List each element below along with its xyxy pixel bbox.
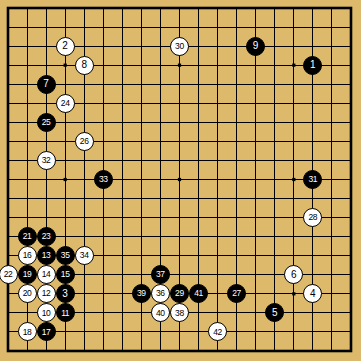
stone-18-white: 18 [18, 322, 37, 341]
stone-29-black: 29 [170, 284, 189, 303]
go-board[interactable]: 1234567891011121314151617181920212223242… [0, 0, 360, 360]
stone-39-black: 39 [132, 284, 151, 303]
stone-15-black: 15 [56, 265, 75, 284]
stone-27-black: 27 [227, 284, 246, 303]
stone-34-white: 34 [75, 246, 94, 265]
go-diagram: 1234567891011121314151617181920212223242… [0, 0, 361, 361]
stone-5-black: 5 [265, 303, 284, 322]
stone-2-white: 2 [56, 37, 75, 56]
stone-31-black: 31 [303, 170, 322, 189]
stone-33-black: 33 [94, 170, 113, 189]
stone-24-white: 24 [56, 94, 75, 113]
stone-9-black: 9 [246, 37, 265, 56]
stone-13-black: 13 [37, 246, 56, 265]
stone-19-black: 19 [18, 265, 37, 284]
stone-7-black: 7 [37, 75, 56, 94]
stone-25-black: 25 [37, 113, 56, 132]
stone-30-white: 30 [170, 37, 189, 56]
stone-4-white: 4 [303, 284, 322, 303]
stone-36-white: 36 [151, 284, 170, 303]
stone-37-black: 37 [151, 265, 170, 284]
stone-20-white: 20 [18, 284, 37, 303]
stone-16-white: 16 [18, 246, 37, 265]
stone-6-white: 6 [284, 265, 303, 284]
stone-11-black: 11 [56, 303, 75, 322]
stone-21-black: 21 [18, 227, 37, 246]
stone-22-white: 22 [0, 265, 18, 284]
stone-12-white: 12 [37, 284, 56, 303]
stone-40-white: 40 [151, 303, 170, 322]
stone-32-white: 32 [37, 151, 56, 170]
stone-41-black: 41 [189, 284, 208, 303]
stone-17-black: 17 [37, 322, 56, 341]
stone-42-white: 42 [208, 322, 227, 341]
stone-38-white: 38 [170, 303, 189, 322]
stone-26-white: 26 [75, 132, 94, 151]
stone-3-black: 3 [56, 284, 75, 303]
stone-14-white: 14 [37, 265, 56, 284]
stone-28-white: 28 [303, 208, 322, 227]
stone-35-black: 35 [56, 246, 75, 265]
stone-8-white: 8 [75, 56, 94, 75]
stone-1-black: 1 [303, 56, 322, 75]
stone-10-white: 10 [37, 303, 56, 322]
stone-23-black: 23 [37, 227, 56, 246]
